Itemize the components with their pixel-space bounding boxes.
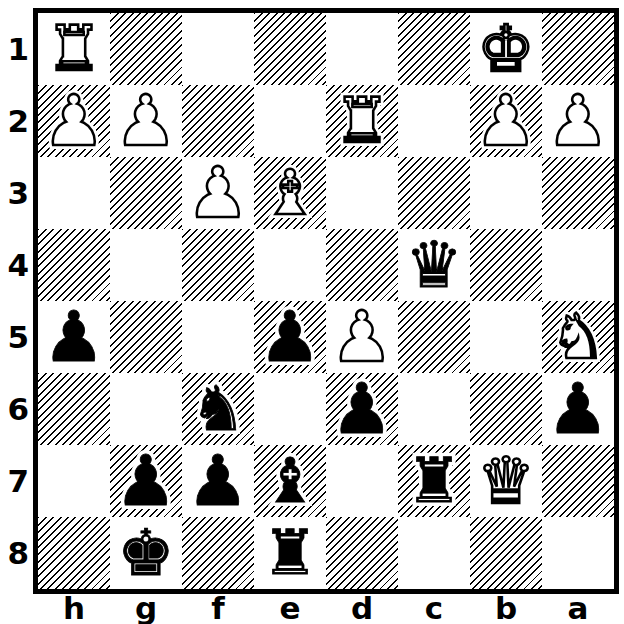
rank-label-7: 7	[0, 445, 29, 517]
chess-board: ♜♜♚♚♟♟♟♟♜♜♟♟♟♟♟♟♝♝♛♛♟♟♟♟♟♟♞♞♞♞♟♟♟♟♟♟♟♟♝♝…	[33, 8, 619, 594]
file-label-a: a	[542, 592, 614, 624]
rank-label-4: 4	[0, 229, 29, 301]
piece-glyph: ♟	[326, 301, 398, 373]
piece-glyph: ♜	[398, 445, 470, 517]
file-label-f: f	[182, 592, 254, 624]
square-e7[interactable]: ♝♝	[254, 445, 326, 517]
piece-glyph: ♛	[470, 445, 542, 517]
rank-label-8: 8	[0, 517, 29, 589]
rank-label-2: 2	[0, 85, 29, 157]
piece-glyph: ♜	[38, 13, 110, 85]
square-d5[interactable]: ♟♟	[326, 301, 398, 373]
piece-white-knight[interactable]: ♞♞	[542, 301, 614, 373]
square-c8[interactable]	[398, 517, 470, 589]
piece-white-pawn[interactable]: ♟♟	[110, 85, 182, 157]
piece-white-pawn[interactable]: ♟♟	[38, 85, 110, 157]
square-c1[interactable]	[398, 13, 470, 85]
square-g3[interactable]	[110, 157, 182, 229]
square-d2[interactable]: ♜♜	[326, 85, 398, 157]
piece-white-king[interactable]: ♚♚	[470, 13, 542, 85]
square-d6[interactable]: ♟♟	[326, 373, 398, 445]
square-h7[interactable]	[38, 445, 110, 517]
piece-black-pawn[interactable]: ♟♟	[326, 373, 398, 445]
piece-white-pawn[interactable]: ♟♟	[470, 85, 542, 157]
piece-glyph: ♟	[542, 85, 614, 157]
square-h3[interactable]	[38, 157, 110, 229]
piece-glyph: ♟	[110, 445, 182, 517]
square-c4[interactable]: ♛♛	[398, 229, 470, 301]
square-b3[interactable]	[470, 157, 542, 229]
rank-label-3: 3	[0, 157, 29, 229]
piece-glyph: ♞	[182, 373, 254, 445]
file-label-e: e	[254, 592, 326, 624]
piece-glyph: ♟	[38, 301, 110, 373]
square-a6[interactable]: ♟♟	[542, 373, 614, 445]
piece-black-pawn[interactable]: ♟♟	[542, 373, 614, 445]
square-e2[interactable]	[254, 85, 326, 157]
piece-glyph: ♚	[110, 517, 182, 589]
file-label-g: g	[110, 592, 182, 624]
rank-label-5: 5	[0, 301, 29, 373]
piece-white-pawn[interactable]: ♟♟	[542, 85, 614, 157]
square-d8[interactable]	[326, 517, 398, 589]
square-b4[interactable]	[470, 229, 542, 301]
square-d3[interactable]	[326, 157, 398, 229]
square-b6[interactable]	[470, 373, 542, 445]
square-f1[interactable]	[182, 13, 254, 85]
square-a8[interactable]	[542, 517, 614, 589]
file-label-b: b	[470, 592, 542, 624]
square-b2[interactable]: ♟♟	[470, 85, 542, 157]
square-e1[interactable]	[254, 13, 326, 85]
rank-label-6: 6	[0, 373, 29, 445]
square-f6[interactable]: ♞♞	[182, 373, 254, 445]
square-a3[interactable]	[542, 157, 614, 229]
piece-black-pawn[interactable]: ♟♟	[254, 301, 326, 373]
square-a2[interactable]: ♟♟	[542, 85, 614, 157]
piece-black-pawn[interactable]: ♟♟	[38, 301, 110, 373]
piece-black-king[interactable]: ♚♚	[110, 517, 182, 589]
square-a5[interactable]: ♞♞	[542, 301, 614, 373]
square-f5[interactable]	[182, 301, 254, 373]
square-b7[interactable]: ♛♛	[470, 445, 542, 517]
piece-white-rook[interactable]: ♜♜	[38, 13, 110, 85]
square-b5[interactable]	[470, 301, 542, 373]
piece-glyph: ♛	[398, 229, 470, 301]
square-f3[interactable]: ♟♟	[182, 157, 254, 229]
square-f7[interactable]: ♟♟	[182, 445, 254, 517]
rank-label-1: 1	[0, 13, 29, 85]
square-a4[interactable]	[542, 229, 614, 301]
piece-white-pawn[interactable]: ♟♟	[182, 157, 254, 229]
piece-glyph: ♜	[254, 517, 326, 589]
square-h6[interactable]	[38, 373, 110, 445]
square-g8[interactable]: ♚♚	[110, 517, 182, 589]
square-g5[interactable]	[110, 301, 182, 373]
piece-glyph: ♟	[254, 301, 326, 373]
piece-white-pawn[interactable]: ♟♟	[326, 301, 398, 373]
piece-black-rook[interactable]: ♜♜	[398, 445, 470, 517]
piece-black-rook[interactable]: ♜♜	[254, 517, 326, 589]
piece-black-pawn[interactable]: ♟♟	[182, 445, 254, 517]
piece-glyph: ♚	[470, 13, 542, 85]
piece-glyph: ♞	[542, 301, 614, 373]
piece-white-bishop[interactable]: ♝♝	[254, 157, 326, 229]
square-e4[interactable]	[254, 229, 326, 301]
square-c2[interactable]	[398, 85, 470, 157]
piece-black-pawn[interactable]: ♟♟	[110, 445, 182, 517]
square-g4[interactable]	[110, 229, 182, 301]
piece-glyph: ♟	[38, 85, 110, 157]
piece-black-queen[interactable]: ♛♛	[398, 229, 470, 301]
piece-glyph: ♝	[254, 445, 326, 517]
file-label-d: d	[326, 592, 398, 624]
piece-glyph: ♟	[326, 373, 398, 445]
piece-black-bishop[interactable]: ♝♝	[254, 445, 326, 517]
square-f8[interactable]	[182, 517, 254, 589]
piece-glyph: ♟	[182, 445, 254, 517]
square-c5[interactable]	[398, 301, 470, 373]
square-h5[interactable]: ♟♟	[38, 301, 110, 373]
square-e3[interactable]: ♝♝	[254, 157, 326, 229]
piece-glyph: ♝	[254, 157, 326, 229]
square-a1[interactable]	[542, 13, 614, 85]
square-d1[interactable]	[326, 13, 398, 85]
square-a7[interactable]	[542, 445, 614, 517]
square-g1[interactable]	[110, 13, 182, 85]
piece-white-queen[interactable]: ♛♛	[470, 445, 542, 517]
piece-glyph: ♟	[110, 85, 182, 157]
square-c3[interactable]	[398, 157, 470, 229]
square-h1[interactable]: ♜♜	[38, 13, 110, 85]
square-h4[interactable]	[38, 229, 110, 301]
square-b8[interactable]	[470, 517, 542, 589]
piece-white-rook[interactable]: ♜♜	[326, 85, 398, 157]
square-d7[interactable]	[326, 445, 398, 517]
piece-glyph: ♟	[542, 373, 614, 445]
piece-black-knight[interactable]: ♞♞	[182, 373, 254, 445]
square-e5[interactable]: ♟♟	[254, 301, 326, 373]
piece-glyph: ♟	[182, 157, 254, 229]
square-g2[interactable]: ♟♟	[110, 85, 182, 157]
square-e8[interactable]: ♜♜	[254, 517, 326, 589]
square-g6[interactable]	[110, 373, 182, 445]
square-g7[interactable]: ♟♟	[110, 445, 182, 517]
piece-glyph: ♜	[326, 85, 398, 157]
square-f2[interactable]	[182, 85, 254, 157]
square-h8[interactable]	[38, 517, 110, 589]
square-d4[interactable]	[326, 229, 398, 301]
file-label-c: c	[398, 592, 470, 624]
square-e6[interactable]	[254, 373, 326, 445]
square-f4[interactable]	[182, 229, 254, 301]
square-c6[interactable]	[398, 373, 470, 445]
square-h2[interactable]: ♟♟	[38, 85, 110, 157]
chess-diagram: 12345678 ♜♜♚♚♟♟♟♟♜♜♟♟♟♟♟♟♝♝♛♛♟♟♟♟♟♟♞♞♞♞♟…	[0, 0, 624, 624]
square-b1[interactable]: ♚♚	[470, 13, 542, 85]
file-label-h: h	[38, 592, 110, 624]
piece-glyph: ♟	[470, 85, 542, 157]
square-c7[interactable]: ♜♜	[398, 445, 470, 517]
